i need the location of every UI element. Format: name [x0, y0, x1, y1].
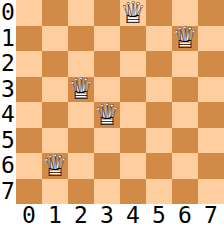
board-square-r1c4[interactable] [120, 26, 146, 52]
board-square-r7c3[interactable] [94, 179, 120, 205]
board-square-r0c4[interactable]: ♛♕ [120, 0, 146, 26]
white-queen-outline-glyph: ♕ [42, 151, 69, 181]
board-square-r1c3[interactable] [94, 26, 120, 52]
col-label: 6 [172, 204, 198, 227]
col-label: 0 [16, 204, 42, 227]
col-label: 3 [94, 204, 120, 227]
row-label: 1 [0, 26, 16, 52]
board-square-r5c7[interactable] [198, 128, 224, 154]
col-labels: 01234567 [16, 204, 224, 227]
board-square-r4c7[interactable] [198, 102, 224, 128]
col-label: 5 [146, 204, 172, 227]
board-square-r2c5[interactable] [146, 51, 172, 77]
board-square-r3c2[interactable]: ♛♕ [68, 77, 94, 103]
board-square-r1c5[interactable] [146, 26, 172, 52]
board-square-r2c3[interactable] [94, 51, 120, 77]
board-square-r4c6[interactable] [172, 102, 198, 128]
board-square-r3c5[interactable] [146, 77, 172, 103]
col-label: 4 [120, 204, 146, 227]
board-square-r6c4[interactable] [120, 153, 146, 179]
board-square-r4c1[interactable] [42, 102, 68, 128]
board-square-r0c5[interactable] [146, 0, 172, 26]
board-square-r6c3[interactable] [94, 153, 120, 179]
board-square-r1c6[interactable]: ♛♕ [172, 26, 198, 52]
board-square-r6c7[interactable] [198, 153, 224, 179]
board-square-r7c2[interactable] [68, 179, 94, 205]
board-square-r6c6[interactable] [172, 153, 198, 179]
col-label: 1 [42, 204, 68, 227]
board-square-r2c4[interactable] [120, 51, 146, 77]
board-square-r7c7[interactable] [198, 179, 224, 205]
col-label: 7 [198, 204, 224, 227]
row-label: 4 [0, 102, 16, 128]
board-square-r2c6[interactable] [172, 51, 198, 77]
board-square-r3c4[interactable] [120, 77, 146, 103]
row-label: 5 [0, 128, 16, 154]
row-label: 3 [0, 77, 16, 103]
board-square-r5c0[interactable] [16, 128, 42, 154]
white-queen-piece: ♛♕ [120, 0, 146, 26]
board-square-r3c7[interactable] [198, 77, 224, 103]
row-label: 2 [0, 51, 16, 77]
board-square-r0c0[interactable] [16, 0, 42, 26]
board-square-r5c2[interactable] [68, 128, 94, 154]
board-square-r2c1[interactable] [42, 51, 68, 77]
board-square-r1c0[interactable] [16, 26, 42, 52]
white-queen-piece: ♛♕ [172, 26, 198, 52]
board-square-r7c5[interactable] [146, 179, 172, 205]
board-square-r2c7[interactable] [198, 51, 224, 77]
row-label: 7 [0, 179, 16, 205]
board-square-r4c0[interactable] [16, 102, 42, 128]
row-label: 0 [0, 0, 16, 26]
white-queen-piece: ♛♕ [94, 102, 120, 128]
board-square-r0c1[interactable] [42, 0, 68, 26]
board-square-r7c1[interactable] [42, 179, 68, 205]
white-queen-piece: ♛♕ [68, 77, 94, 103]
chess-board: ♛♕♛♕♛♕♛♕♛♕ [16, 0, 224, 204]
col-label: 2 [68, 204, 94, 227]
board-square-r3c1[interactable] [42, 77, 68, 103]
board-square-r1c7[interactable] [198, 26, 224, 52]
board-square-r0c2[interactable] [68, 0, 94, 26]
board-square-r1c2[interactable] [68, 26, 94, 52]
board-square-r2c0[interactable] [16, 51, 42, 77]
board-square-r4c5[interactable] [146, 102, 172, 128]
board-square-r6c5[interactable] [146, 153, 172, 179]
white-queen-outline-glyph: ♕ [94, 100, 121, 130]
queens-board-screenshot: 01234567 ♛♕♛♕♛♕♛♕♛♕ 01234567 [0, 0, 224, 227]
white-queen-outline-glyph: ♕ [120, 0, 147, 28]
white-queen-outline-glyph: ♕ [172, 23, 199, 53]
white-queen-piece: ♛♕ [42, 153, 68, 179]
white-queen-outline-glyph: ♕ [68, 74, 95, 104]
board-square-r5c5[interactable] [146, 128, 172, 154]
board-square-r0c7[interactable] [198, 0, 224, 26]
board-square-r6c1[interactable]: ♛♕ [42, 153, 68, 179]
board-square-r5c4[interactable] [120, 128, 146, 154]
board-square-r4c2[interactable] [68, 102, 94, 128]
board-square-r3c0[interactable] [16, 77, 42, 103]
board-square-r3c6[interactable] [172, 77, 198, 103]
board-square-r0c3[interactable] [94, 0, 120, 26]
board-square-r7c6[interactable] [172, 179, 198, 205]
board-square-r5c3[interactable] [94, 128, 120, 154]
board-square-r4c4[interactable] [120, 102, 146, 128]
board-square-r6c0[interactable] [16, 153, 42, 179]
row-labels: 01234567 [0, 0, 16, 204]
board-square-r1c1[interactable] [42, 26, 68, 52]
row-label: 6 [0, 153, 16, 179]
board-square-r4c3[interactable]: ♛♕ [94, 102, 120, 128]
board-square-r7c0[interactable] [16, 179, 42, 205]
board-square-r6c2[interactable] [68, 153, 94, 179]
board-square-r7c4[interactable] [120, 179, 146, 205]
board-square-r5c6[interactable] [172, 128, 198, 154]
